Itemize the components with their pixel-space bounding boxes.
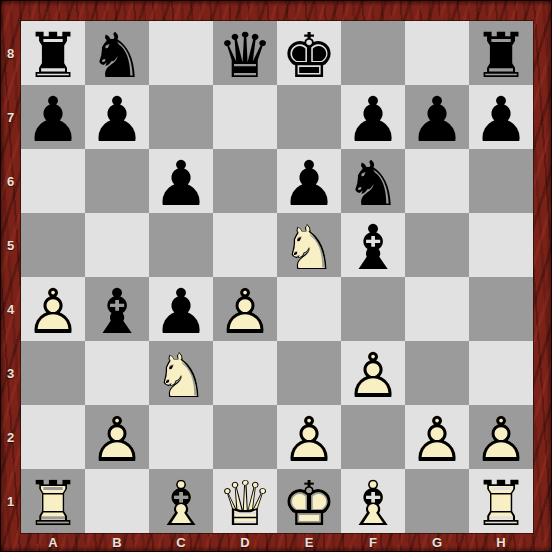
piece-black-bishop[interactable]: ♝	[341, 213, 405, 277]
square-d5[interactable]	[213, 213, 277, 277]
piece-fill-glyph: ♜	[21, 21, 85, 85]
square-a6[interactable]	[21, 149, 85, 213]
square-h3[interactable]	[469, 341, 533, 405]
square-f6[interactable]: ♞	[341, 149, 405, 213]
rank-label-2: 2	[0, 405, 21, 469]
square-g4[interactable]	[405, 277, 469, 341]
piece-fill-glyph: ♟	[469, 85, 533, 149]
piece-outline-glyph: ♙	[469, 405, 533, 469]
square-f5[interactable]: ♝	[341, 213, 405, 277]
piece-fill-glyph: ♟	[341, 85, 405, 149]
piece-fill-glyph: ♟	[277, 149, 341, 213]
piece-fill-glyph: ♞	[85, 21, 149, 85]
square-c8[interactable]	[149, 21, 213, 85]
piece-fill-glyph: ♝	[85, 277, 149, 341]
square-a8[interactable]: ♜	[21, 21, 85, 85]
piece-fill-glyph: ♝	[341, 213, 405, 277]
file-label-c: C	[149, 533, 213, 552]
square-c7[interactable]	[149, 85, 213, 149]
square-f7[interactable]: ♟	[341, 85, 405, 149]
square-c2[interactable]	[149, 405, 213, 469]
piece-black-pawn[interactable]: ♟	[469, 85, 533, 149]
piece-outline-glyph: ♙	[341, 341, 405, 405]
square-h1[interactable]: ♜♖	[469, 469, 533, 533]
piece-white-rook[interactable]: ♜♖	[21, 469, 85, 533]
square-g1[interactable]	[405, 469, 469, 533]
square-e1[interactable]: ♚♔	[277, 469, 341, 533]
piece-outline-glyph: ♙	[21, 277, 85, 341]
square-f8[interactable]	[341, 21, 405, 85]
square-g6[interactable]	[405, 149, 469, 213]
square-f2[interactable]	[341, 405, 405, 469]
square-b5[interactable]	[85, 213, 149, 277]
piece-fill-glyph: ♟	[21, 85, 85, 149]
rank-label-7: 7	[0, 85, 21, 149]
square-h5[interactable]	[469, 213, 533, 277]
piece-white-pawn[interactable]: ♟♙	[85, 405, 149, 469]
rank-label-5: 5	[0, 213, 21, 277]
square-a5[interactable]	[21, 213, 85, 277]
rank-label-4: 4	[0, 277, 21, 341]
square-c3[interactable]: ♞♘	[149, 341, 213, 405]
square-e3[interactable]	[277, 341, 341, 405]
square-h2[interactable]: ♟♙	[469, 405, 533, 469]
square-b8[interactable]: ♞	[85, 21, 149, 85]
square-e4[interactable]	[277, 277, 341, 341]
square-d7[interactable]	[213, 85, 277, 149]
piece-black-pawn[interactable]: ♟	[149, 149, 213, 213]
square-e8[interactable]: ♚	[277, 21, 341, 85]
square-a3[interactable]	[21, 341, 85, 405]
piece-white-pawn[interactable]: ♟♙	[213, 277, 277, 341]
square-d3[interactable]	[213, 341, 277, 405]
piece-outline-glyph: ♙	[277, 405, 341, 469]
square-g5[interactable]	[405, 213, 469, 277]
square-c5[interactable]	[149, 213, 213, 277]
square-e2[interactable]: ♟♙	[277, 405, 341, 469]
piece-white-pawn[interactable]: ♟♙	[405, 405, 469, 469]
square-g2[interactable]: ♟♙	[405, 405, 469, 469]
square-b6[interactable]	[85, 149, 149, 213]
piece-outline-glyph: ♔	[277, 469, 341, 533]
piece-black-pawn[interactable]: ♟	[21, 85, 85, 149]
piece-black-rook[interactable]: ♜	[21, 21, 85, 85]
piece-white-king[interactable]: ♚♔	[277, 469, 341, 533]
piece-fill-glyph: ♟	[405, 85, 469, 149]
piece-white-pawn[interactable]: ♟♙	[341, 341, 405, 405]
piece-black-pawn[interactable]: ♟	[277, 149, 341, 213]
piece-black-rook[interactable]: ♜	[469, 21, 533, 85]
piece-outline-glyph: ♙	[85, 405, 149, 469]
piece-white-bishop[interactable]: ♝♗	[341, 469, 405, 533]
square-g3[interactable]	[405, 341, 469, 405]
square-g7[interactable]: ♟	[405, 85, 469, 149]
piece-outline-glyph: ♙	[213, 277, 277, 341]
square-e7[interactable]	[277, 85, 341, 149]
chess-board: ♜♞♛♚♜♟♟♟♟♟♟♟♞♞♘♝♟♙♝♟♟♙♞♘♟♙♟♙♟♙♟♙♟♙♜♖♝♗♛♕…	[21, 21, 533, 533]
rank-label-3: 3	[0, 341, 21, 405]
board-frame: ♜♞♛♚♜♟♟♟♟♟♟♟♞♞♘♝♟♙♝♟♟♙♞♘♟♙♟♙♟♙♟♙♟♙♜♖♝♗♛♕…	[0, 0, 552, 552]
piece-black-pawn[interactable]: ♟	[405, 85, 469, 149]
file-label-a: A	[21, 533, 85, 552]
square-b2[interactable]: ♟♙	[85, 405, 149, 469]
file-label-h: H	[469, 533, 533, 552]
file-label-e: E	[277, 533, 341, 552]
piece-fill-glyph: ♚	[277, 21, 341, 85]
square-f3[interactable]: ♟♙	[341, 341, 405, 405]
file-label-g: G	[405, 533, 469, 552]
square-h7[interactable]: ♟	[469, 85, 533, 149]
piece-outline-glyph: ♗	[149, 469, 213, 533]
square-h4[interactable]	[469, 277, 533, 341]
piece-outline-glyph: ♘	[277, 213, 341, 277]
piece-outline-glyph: ♙	[405, 405, 469, 469]
square-d2[interactable]	[213, 405, 277, 469]
rank-label-8: 8	[0, 21, 21, 85]
rank-label-6: 6	[0, 149, 21, 213]
piece-outline-glyph: ♕	[213, 469, 277, 533]
square-h8[interactable]: ♜	[469, 21, 533, 85]
piece-black-knight[interactable]: ♞	[85, 21, 149, 85]
square-e5[interactable]: ♞♘	[277, 213, 341, 277]
square-c1[interactable]: ♝♗	[149, 469, 213, 533]
file-label-f: F	[341, 533, 405, 552]
square-a2[interactable]	[21, 405, 85, 469]
square-d1[interactable]: ♛♕	[213, 469, 277, 533]
piece-white-pawn[interactable]: ♟♙	[277, 405, 341, 469]
piece-white-knight[interactable]: ♞♘	[277, 213, 341, 277]
piece-outline-glyph: ♖	[21, 469, 85, 533]
file-label-d: D	[213, 533, 277, 552]
square-d8[interactable]: ♛	[213, 21, 277, 85]
piece-white-knight[interactable]: ♞♘	[149, 341, 213, 405]
piece-outline-glyph: ♗	[341, 469, 405, 533]
square-a7[interactable]: ♟	[21, 85, 85, 149]
piece-black-pawn[interactable]: ♟	[341, 85, 405, 149]
square-b3[interactable]	[85, 341, 149, 405]
piece-black-king[interactable]: ♚	[277, 21, 341, 85]
piece-fill-glyph: ♞	[341, 149, 405, 213]
square-g8[interactable]	[405, 21, 469, 85]
square-f4[interactable]	[341, 277, 405, 341]
piece-black-pawn[interactable]: ♟	[85, 85, 149, 149]
square-b7[interactable]: ♟	[85, 85, 149, 149]
square-d4[interactable]: ♟♙	[213, 277, 277, 341]
piece-black-bishop[interactable]: ♝	[85, 277, 149, 341]
square-d6[interactable]	[213, 149, 277, 213]
piece-white-pawn[interactable]: ♟♙	[21, 277, 85, 341]
piece-white-queen[interactable]: ♛♕	[213, 469, 277, 533]
piece-fill-glyph: ♟	[149, 277, 213, 341]
square-h6[interactable]	[469, 149, 533, 213]
piece-fill-glyph: ♟	[85, 85, 149, 149]
piece-outline-glyph: ♘	[149, 341, 213, 405]
piece-black-knight[interactable]: ♞	[341, 149, 405, 213]
square-e6[interactable]: ♟	[277, 149, 341, 213]
square-a1[interactable]: ♜♖	[21, 469, 85, 533]
piece-fill-glyph: ♛	[213, 21, 277, 85]
piece-white-rook[interactable]: ♜♖	[469, 469, 533, 533]
piece-fill-glyph: ♜	[469, 21, 533, 85]
piece-black-pawn[interactable]: ♟	[149, 277, 213, 341]
square-a4[interactable]: ♟♙	[21, 277, 85, 341]
square-c6[interactable]: ♟	[149, 149, 213, 213]
file-label-b: B	[85, 533, 149, 552]
piece-outline-glyph: ♖	[469, 469, 533, 533]
piece-white-pawn[interactable]: ♟♙	[469, 405, 533, 469]
square-b4[interactable]: ♝	[85, 277, 149, 341]
piece-white-bishop[interactable]: ♝♗	[149, 469, 213, 533]
square-b1[interactable]	[85, 469, 149, 533]
piece-black-queen[interactable]: ♛	[213, 21, 277, 85]
square-f1[interactable]: ♝♗	[341, 469, 405, 533]
rank-label-1: 1	[0, 469, 21, 533]
square-c4[interactable]: ♟	[149, 277, 213, 341]
piece-fill-glyph: ♟	[149, 149, 213, 213]
